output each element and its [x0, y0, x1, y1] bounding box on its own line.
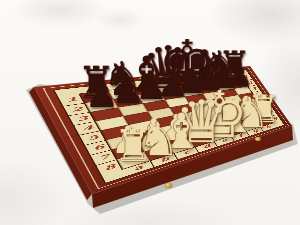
brass-hinge [165, 183, 172, 188]
brass-clasp [255, 137, 261, 141]
chess-set-photo: aa11bb22cc33dd44ee55ff66gg77hh88 ♜♞♝♛♚♝♞… [0, 0, 300, 225]
